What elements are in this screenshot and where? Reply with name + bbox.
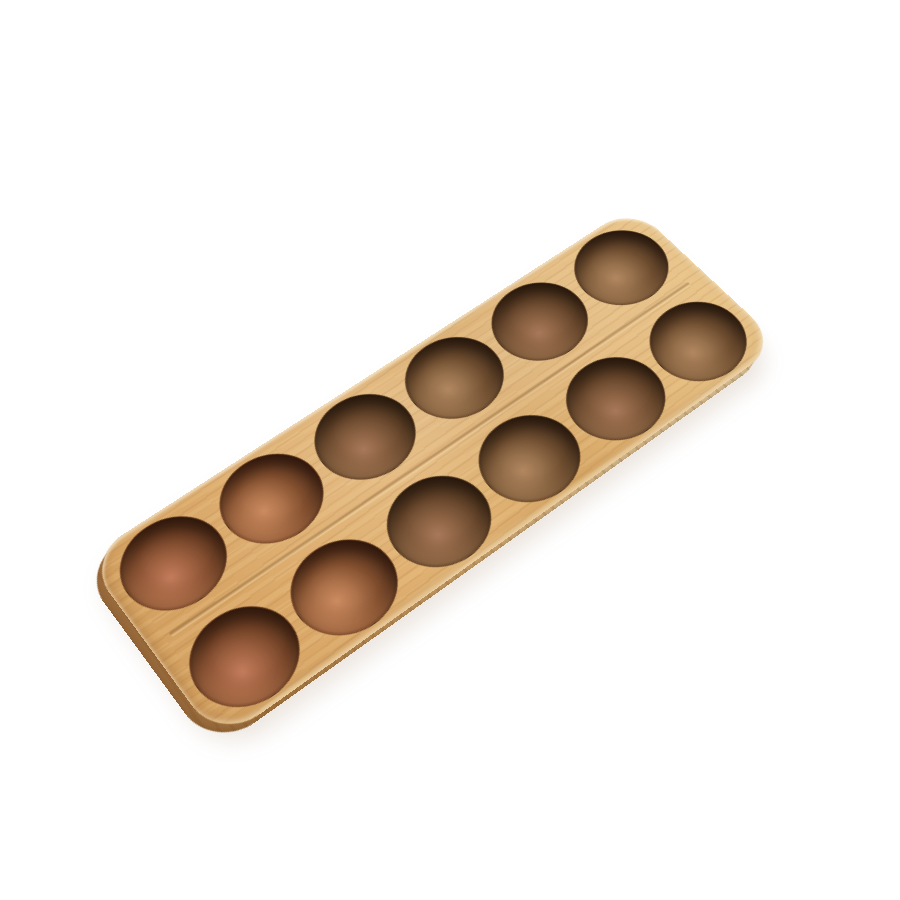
- pit-grid: [85, 206, 781, 743]
- photo-canvas: [0, 0, 900, 900]
- mancala-board: [85, 206, 781, 743]
